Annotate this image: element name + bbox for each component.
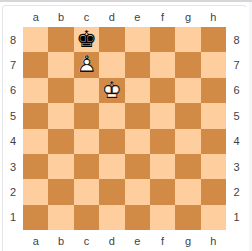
- square-f6[interactable]: [150, 78, 175, 103]
- square-d6[interactable]: ♚♔: [99, 78, 124, 103]
- rank-label-right-3: 3: [226, 154, 247, 179]
- square-b8[interactable]: [48, 27, 73, 52]
- file-label-bottom-g: g: [175, 230, 200, 251]
- file-label-top-a: a: [23, 7, 48, 27]
- corner: [3, 230, 23, 251]
- square-c6[interactable]: [74, 78, 99, 103]
- rank-label-right-2: 2: [226, 179, 247, 204]
- square-g1[interactable]: [175, 205, 200, 230]
- square-h6[interactable]: [201, 78, 226, 103]
- rank-label-left-2: 2: [3, 179, 23, 204]
- square-a6[interactable]: [23, 78, 48, 103]
- corner: [226, 7, 247, 27]
- square-d8[interactable]: [99, 27, 124, 52]
- white-king-glyph: ♔: [99, 78, 124, 103]
- top-divider: [0, 0, 252, 2]
- file-label-bottom-b: b: [48, 230, 73, 251]
- square-f2[interactable]: [150, 179, 175, 204]
- chess-app-screen: abcdefgh8♚87♟♙76♚♔65544332211abcdefgh: [0, 0, 252, 251]
- square-d3[interactable]: [99, 154, 124, 179]
- square-g2[interactable]: [175, 179, 200, 204]
- file-label-top-f: f: [150, 7, 175, 27]
- square-f4[interactable]: [150, 129, 175, 154]
- square-f8[interactable]: [150, 27, 175, 52]
- white-pawn[interactable]: ♟♙: [74, 52, 99, 77]
- file-label-top-c: c: [74, 7, 99, 27]
- square-g8[interactable]: [175, 27, 200, 52]
- file-label-bottom-f: f: [150, 230, 175, 251]
- square-e7[interactable]: [125, 52, 150, 77]
- file-label-top-b: b: [48, 7, 73, 27]
- square-b1[interactable]: [48, 205, 73, 230]
- file-label-bottom-c: c: [74, 230, 99, 251]
- square-h2[interactable]: [201, 179, 226, 204]
- square-c7[interactable]: ♟♙: [74, 52, 99, 77]
- file-label-bottom-a: a: [23, 230, 48, 251]
- square-b2[interactable]: [48, 179, 73, 204]
- rank-label-right-5: 5: [226, 103, 247, 128]
- square-a7[interactable]: [23, 52, 48, 77]
- square-g6[interactable]: [175, 78, 200, 103]
- square-b5[interactable]: [48, 103, 73, 128]
- white-king[interactable]: ♚♔: [99, 78, 124, 103]
- rank-label-right-7: 7: [226, 52, 247, 77]
- file-label-top-g: g: [175, 7, 200, 27]
- square-b6[interactable]: [48, 78, 73, 103]
- rank-label-right-8: 8: [226, 27, 247, 52]
- square-b3[interactable]: [48, 154, 73, 179]
- rank-label-left-1: 1: [3, 205, 23, 230]
- square-c3[interactable]: [74, 154, 99, 179]
- chess-board: abcdefgh8♚87♟♙76♚♔65544332211abcdefgh: [3, 7, 246, 251]
- file-label-bottom-e: e: [125, 230, 150, 251]
- square-c4[interactable]: [74, 129, 99, 154]
- square-f1[interactable]: [150, 205, 175, 230]
- rank-label-left-8: 8: [3, 27, 23, 52]
- file-label-top-d: d: [99, 7, 124, 27]
- square-g3[interactable]: [175, 154, 200, 179]
- square-e3[interactable]: [125, 154, 150, 179]
- square-e4[interactable]: [125, 129, 150, 154]
- square-d7[interactable]: [99, 52, 124, 77]
- square-h1[interactable]: [201, 205, 226, 230]
- square-e6[interactable]: [125, 78, 150, 103]
- rank-label-left-3: 3: [3, 154, 23, 179]
- square-f3[interactable]: [150, 154, 175, 179]
- square-d5[interactable]: [99, 103, 124, 128]
- rank-label-right-6: 6: [226, 78, 247, 103]
- rank-label-left-6: 6: [3, 78, 23, 103]
- corner: [3, 7, 23, 27]
- square-e5[interactable]: [125, 103, 150, 128]
- black-king[interactable]: ♚: [74, 27, 99, 52]
- white-pawn-glyph: ♙: [74, 52, 99, 77]
- square-h5[interactable]: [201, 103, 226, 128]
- square-a5[interactable]: [23, 103, 48, 128]
- square-d4[interactable]: [99, 129, 124, 154]
- square-a1[interactable]: [23, 205, 48, 230]
- square-c8[interactable]: ♚: [74, 27, 99, 52]
- square-g7[interactable]: [175, 52, 200, 77]
- rank-label-right-1: 1: [226, 205, 247, 230]
- square-c5[interactable]: [74, 103, 99, 128]
- square-e8[interactable]: [125, 27, 150, 52]
- square-a8[interactable]: [23, 27, 48, 52]
- board-panel: abcdefgh8♚87♟♙76♚♔65544332211abcdefgh: [2, 5, 247, 251]
- square-f7[interactable]: [150, 52, 175, 77]
- square-h4[interactable]: [201, 129, 226, 154]
- square-a3[interactable]: [23, 154, 48, 179]
- black-king-glyph: ♚: [74, 27, 99, 52]
- square-b4[interactable]: [48, 129, 73, 154]
- rank-label-left-7: 7: [3, 52, 23, 77]
- square-d1[interactable]: [99, 205, 124, 230]
- square-a2[interactable]: [23, 179, 48, 204]
- square-h8[interactable]: [201, 27, 226, 52]
- square-c1[interactable]: [74, 205, 99, 230]
- square-f5[interactable]: [150, 103, 175, 128]
- corner: [226, 230, 247, 251]
- square-a4[interactable]: [23, 129, 48, 154]
- file-label-top-e: e: [125, 7, 150, 27]
- square-g5[interactable]: [175, 103, 200, 128]
- rank-label-right-4: 4: [226, 129, 247, 154]
- square-e2[interactable]: [125, 179, 150, 204]
- file-label-top-h: h: [201, 7, 226, 27]
- square-e1[interactable]: [125, 205, 150, 230]
- square-b7[interactable]: [48, 52, 73, 77]
- file-label-bottom-d: d: [99, 230, 124, 251]
- rank-label-left-4: 4: [3, 129, 23, 154]
- square-c2[interactable]: [74, 179, 99, 204]
- outer-right-background: [249, 2, 252, 251]
- square-g4[interactable]: [175, 129, 200, 154]
- rank-label-left-5: 5: [3, 103, 23, 128]
- square-h7[interactable]: [201, 52, 226, 77]
- square-d2[interactable]: [99, 179, 124, 204]
- square-h3[interactable]: [201, 154, 226, 179]
- file-label-bottom-h: h: [201, 230, 226, 251]
